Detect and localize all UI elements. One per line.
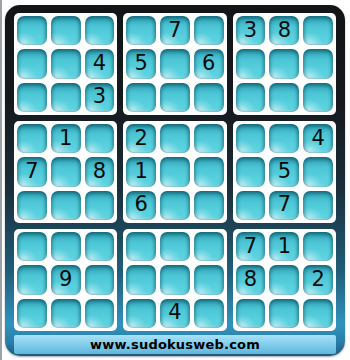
given-digit: 7 [244,236,257,258]
cell-r8c6[interactable] [194,265,224,294]
given-digit: 4 [311,128,324,150]
cell-r2c5[interactable] [160,49,190,78]
box-3-1: 9 [14,229,117,331]
cell-r8c1[interactable] [17,265,47,294]
box-2-2: 216 [123,121,226,223]
cell-r3c8[interactable] [269,83,299,112]
given-digit: 2 [311,269,324,291]
cell-r3c3[interactable]: 3 [85,83,115,112]
cell-r4c3[interactable] [85,124,115,153]
cell-r7c4[interactable] [126,232,156,261]
cell-r3c2[interactable] [51,83,81,112]
cell-r9c2[interactable] [51,299,81,328]
cell-r6c2[interactable] [51,191,81,220]
cell-r9c6[interactable] [194,299,224,328]
cell-r7c3[interactable] [85,232,115,261]
given-digit: 3 [244,20,257,42]
cell-r2c8[interactable] [269,49,299,78]
box-3-3: 7182 [233,229,336,331]
cell-r5c6[interactable] [194,157,224,186]
cell-r1c2[interactable] [51,16,81,45]
given-digit: 6 [202,53,215,75]
cell-r1c9[interactable] [303,16,333,45]
cell-r6c8[interactable]: 7 [269,191,299,220]
given-digit: 6 [135,194,148,216]
cell-r4c7[interactable] [236,124,266,153]
given-digit: 3 [93,86,106,108]
given-digit: 7 [25,161,38,183]
cell-r4c9[interactable]: 4 [303,124,333,153]
box-2-3: 457 [233,121,336,223]
cell-r1c8[interactable]: 8 [269,16,299,45]
cell-r4c6[interactable] [194,124,224,153]
website-link[interactable]: www.sudokusweb.com [90,337,260,352]
cell-r3c1[interactable] [17,83,47,112]
cell-r8c9[interactable]: 2 [303,265,333,294]
sudoku-board: 4375638178216457947182 [14,13,336,331]
cell-r5c9[interactable] [303,157,333,186]
cell-r7c1[interactable] [17,232,47,261]
cell-r3c9[interactable] [303,83,333,112]
given-digit: 5 [135,53,148,75]
footer-band: www.sudokusweb.com [14,335,336,354]
cell-r5c5[interactable] [160,157,190,186]
cell-r7c5[interactable] [160,232,190,261]
given-digit: 8 [278,20,291,42]
cell-r5c2[interactable] [51,157,81,186]
cell-r3c6[interactable] [194,83,224,112]
cell-r6c1[interactable] [17,191,47,220]
cell-r4c5[interactable] [160,124,190,153]
cell-r8c7[interactable]: 8 [236,265,266,294]
cell-r9c4[interactable] [126,299,156,328]
cell-r2c2[interactable] [51,49,81,78]
given-digit: 1 [278,236,291,258]
cell-r8c2[interactable]: 9 [51,265,81,294]
given-digit: 2 [135,128,148,150]
cell-r2c4[interactable]: 5 [126,49,156,78]
box-1-1: 43 [14,13,117,115]
given-digit: 4 [168,302,181,324]
given-digit: 8 [244,269,257,291]
cell-r4c8[interactable] [269,124,299,153]
cell-r7c8[interactable]: 1 [269,232,299,261]
cell-r5c8[interactable]: 5 [269,157,299,186]
given-digit: 4 [93,53,106,75]
cell-r6c7[interactable] [236,191,266,220]
given-digit: 7 [168,20,181,42]
cell-r9c8[interactable] [269,299,299,328]
cell-r5c1[interactable]: 7 [17,157,47,186]
cell-r8c4[interactable] [126,265,156,294]
cell-r6c3[interactable] [85,191,115,220]
cell-r8c3[interactable] [85,265,115,294]
cell-r4c2[interactable]: 1 [51,124,81,153]
cell-r1c3[interactable] [85,16,115,45]
cell-r1c6[interactable] [194,16,224,45]
given-digit: 1 [59,128,72,150]
given-digit: 1 [135,161,148,183]
box-3-2: 4 [123,229,226,331]
cell-r2c3[interactable]: 4 [85,49,115,78]
cell-r6c9[interactable] [303,191,333,220]
cell-r6c4[interactable]: 6 [126,191,156,220]
cell-r8c8[interactable] [269,265,299,294]
cell-r7c2[interactable] [51,232,81,261]
cell-r4c1[interactable] [17,124,47,153]
cell-r9c5[interactable]: 4 [160,299,190,328]
cell-r2c6[interactable]: 6 [194,49,224,78]
cell-r3c5[interactable] [160,83,190,112]
cell-r9c7[interactable] [236,299,266,328]
cell-r1c7[interactable]: 3 [236,16,266,45]
page-left-edge [0,0,2,360]
given-digit: 7 [278,194,291,216]
box-2-1: 178 [14,121,117,223]
cell-r5c4[interactable]: 1 [126,157,156,186]
given-digit: 5 [278,161,291,183]
cell-r5c3[interactable]: 8 [85,157,115,186]
box-1-2: 756 [123,13,226,115]
cell-r1c4[interactable] [126,16,156,45]
cell-r2c1[interactable] [17,49,47,78]
cell-r2c7[interactable] [236,49,266,78]
cell-r9c3[interactable] [85,299,115,328]
cell-r6c5[interactable] [160,191,190,220]
cell-r9c9[interactable] [303,299,333,328]
cell-r1c5[interactable]: 7 [160,16,190,45]
cell-r8c5[interactable] [160,265,190,294]
cell-r7c7[interactable]: 7 [236,232,266,261]
board-frame: 4375638178216457947182 www.sudokusweb.co… [5,5,345,356]
sudoku-page: 4375638178216457947182 www.sudokusweb.co… [0,0,350,360]
cell-r6c6[interactable] [194,191,224,220]
box-1-3: 38 [233,13,336,115]
cell-r2c9[interactable] [303,49,333,78]
cell-r9c1[interactable] [17,299,47,328]
cell-r7c9[interactable] [303,232,333,261]
cell-r4c4[interactable]: 2 [126,124,156,153]
cell-r5c7[interactable] [236,157,266,186]
given-digit: 9 [59,269,72,291]
cell-r3c7[interactable] [236,83,266,112]
cell-r3c4[interactable] [126,83,156,112]
cell-r7c6[interactable] [194,232,224,261]
given-digit: 8 [93,161,106,183]
cell-r1c1[interactable] [17,16,47,45]
